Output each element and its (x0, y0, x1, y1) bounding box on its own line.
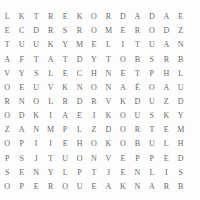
grid-cell-r8c3[interactable]: K (29, 109, 43, 123)
grid-cell-r5c11[interactable]: P (145, 67, 159, 81)
grid-cell-r6c13[interactable]: U (174, 81, 188, 95)
grid-cell-r5c2[interactable]: Y (14, 67, 28, 81)
grid-cell-r10c7[interactable]: O (87, 137, 101, 151)
grid-cell-r6c2[interactable]: E (14, 81, 28, 95)
grid-cell-r1c4[interactable]: R (43, 10, 57, 24)
grid-cell-r8c7[interactable]: I (87, 109, 101, 123)
grid-cell-r12c1[interactable]: S (0, 166, 14, 180)
grid-cell-r3c8[interactable]: L (101, 38, 115, 52)
grid-cell-r5c8[interactable]: N (101, 67, 115, 81)
grid-cell-r13c6[interactable]: U (72, 180, 86, 194)
grid-cell-r3c11[interactable]: U (145, 38, 159, 52)
grid-cell-r4c7[interactable]: Y (87, 52, 101, 66)
grid-cell-r4c10[interactable]: B (130, 52, 144, 66)
grid-cell-r7c11[interactable]: U (145, 95, 159, 109)
grid-cell-r1c13[interactable]: E (174, 10, 188, 24)
grid-cell-r5c5[interactable]: E (58, 67, 72, 81)
grid-cell-r12c13[interactable]: S (174, 166, 188, 180)
grid-cell-r8c1[interactable]: O (0, 109, 14, 123)
grid-cell-r5c10[interactable]: T (130, 67, 144, 81)
grid-cell-r11c11[interactable]: P (145, 152, 159, 166)
grid-cell-r10c10[interactable]: B (130, 137, 144, 151)
letter-grid: LKTREKORDADAEECDRSROMERODZTUUKYMELITUANA… (0, 10, 188, 194)
grid-cell-r11c10[interactable]: P (130, 152, 144, 166)
grid-cell-r1c10[interactable]: A (130, 10, 144, 24)
grid-cell-r2c7[interactable]: O (87, 24, 101, 38)
grid-cell-r3c4[interactable]: K (43, 38, 57, 52)
grid-cell-r13c13[interactable]: B (174, 180, 188, 194)
word-search-board: LKTREKORDADAEECDRSROMERODZTUUKYMELITUANA… (0, 0, 200, 200)
grid-cell-r5c9[interactable]: E (116, 67, 130, 81)
grid-cell-r11c13[interactable]: D (174, 152, 188, 166)
grid-cell-r7c8[interactable]: V (101, 95, 115, 109)
grid-cell-r2c6[interactable]: R (72, 24, 86, 38)
grid-cell-r10c11[interactable]: U (145, 137, 159, 151)
grid-cell-r11c7[interactable]: N (87, 152, 101, 166)
grid-cell-r12c3[interactable]: N (29, 166, 43, 180)
grid-cell-r4c8[interactable]: T (101, 52, 115, 66)
grid-cell-r1c3[interactable]: T (29, 10, 43, 24)
grid-cell-r8c10[interactable]: U (130, 109, 144, 123)
grid-cell-r5c12[interactable]: H (159, 67, 173, 81)
grid-cell-r1c11[interactable]: D (145, 10, 159, 24)
grid-cell-r3c9[interactable]: I (116, 38, 130, 52)
grid-cell-r5c3[interactable]: S (29, 67, 43, 81)
grid-cell-r4c11[interactable]: S (145, 52, 159, 66)
grid-cell-r3c3[interactable]: U (29, 38, 43, 52)
grid-cell-r9c7[interactable]: Z (87, 123, 101, 137)
grid-cell-r6c3[interactable]: U (29, 81, 43, 95)
grid-cell-r9c1[interactable]: Z (0, 123, 14, 137)
grid-cell-r8c2[interactable]: D (14, 109, 28, 123)
grid-cell-r2c12[interactable]: D (159, 24, 173, 38)
grid-cell-r7c2[interactable]: N (14, 95, 28, 109)
grid-cell-r4c13[interactable]: B (174, 52, 188, 66)
grid-cell-r1c12[interactable]: A (159, 10, 173, 24)
grid-cell-r6c4[interactable]: V (43, 81, 57, 95)
grid-cell-r4c6[interactable]: D (72, 52, 86, 66)
grid-cell-r13c4[interactable]: R (43, 180, 57, 194)
grid-cell-r4c12[interactable]: R (159, 52, 173, 66)
grid-cell-r9c12[interactable]: E (159, 123, 173, 137)
grid-cell-r9c5[interactable]: P (58, 123, 72, 137)
grid-cell-r5c1[interactable]: V (0, 67, 14, 81)
grid-cell-r1c9[interactable]: D (116, 10, 130, 24)
grid-cell-r7c1[interactable]: R (0, 95, 14, 109)
grid-cell-r9c3[interactable]: N (29, 123, 43, 137)
grid-cell-r10c3[interactable]: I (29, 137, 43, 151)
grid-cell-r2c5[interactable]: S (58, 24, 72, 38)
grid-cell-r2c3[interactable]: D (29, 24, 43, 38)
grid-cell-r9c4[interactable]: M (43, 123, 57, 137)
grid-cell-r3c10[interactable]: T (130, 38, 144, 52)
grid-cell-r12c9[interactable]: E (116, 166, 130, 180)
grid-cell-r7c4[interactable]: L (43, 95, 57, 109)
grid-cell-r5c4[interactable]: L (43, 67, 57, 81)
grid-cell-r12c5[interactable]: L (58, 166, 72, 180)
grid-cell-r7c13[interactable]: D (174, 95, 188, 109)
grid-cell-r2c2[interactable]: C (14, 24, 28, 38)
grid-cell-r10c5[interactable]: E (58, 137, 72, 151)
grid-cell-r11c8[interactable]: V (101, 152, 115, 166)
grid-cell-r2c10[interactable]: R (130, 24, 144, 38)
grid-cell-r4c1[interactable]: A (0, 52, 14, 66)
grid-cell-r8c9[interactable]: O (116, 109, 130, 123)
grid-cell-r10c1[interactable]: O (0, 137, 14, 151)
grid-cell-r3c2[interactable]: U (14, 38, 28, 52)
grid-cell-r10c12[interactable]: L (159, 137, 173, 151)
grid-cell-r3c5[interactable]: Y (58, 38, 72, 52)
grid-cell-r13c10[interactable]: N (130, 180, 144, 194)
grid-cell-r13c8[interactable]: A (101, 180, 115, 194)
grid-cell-r3c1[interactable]: T (0, 38, 14, 52)
grid-cell-r10c4[interactable]: I (43, 137, 57, 151)
grid-cell-r11c2[interactable]: S (14, 152, 28, 166)
grid-cell-r11c3[interactable]: J (29, 152, 43, 166)
grid-cell-r7c3[interactable]: O (29, 95, 43, 109)
grid-cell-r9c6[interactable]: L (72, 123, 86, 137)
grid-cell-r7c10[interactable]: D (130, 95, 144, 109)
grid-cell-r3c13[interactable]: N (174, 38, 188, 52)
grid-cell-r1c7[interactable]: O (87, 10, 101, 24)
grid-cell-r12c2[interactable]: E (14, 166, 28, 180)
grid-cell-r9c8[interactable]: D (101, 123, 115, 137)
grid-cell-r11c1[interactable]: P (0, 152, 14, 166)
grid-cell-r10c8[interactable]: K (101, 137, 115, 151)
grid-cell-r9c13[interactable]: M (174, 123, 188, 137)
grid-cell-r8c5[interactable]: A (58, 109, 72, 123)
grid-cell-r4c9[interactable]: O (116, 52, 130, 66)
grid-cell-r6c9[interactable]: A (116, 81, 130, 95)
grid-cell-r3c12[interactable]: A (159, 38, 173, 52)
grid-cell-r2c11[interactable]: O (145, 24, 159, 38)
grid-cell-r10c9[interactable]: O (116, 137, 130, 151)
grid-cell-r11c4[interactable]: T (43, 152, 57, 166)
grid-cell-r6c10[interactable]: É (130, 81, 144, 95)
grid-cell-r13c11[interactable]: A (145, 180, 159, 194)
grid-cell-r12c4[interactable]: Y (43, 166, 57, 180)
grid-cell-r10c13[interactable]: H (174, 137, 188, 151)
grid-cell-r1c6[interactable]: K (72, 10, 86, 24)
grid-cell-r6c11[interactable]: O (145, 81, 159, 95)
grid-cell-r7c12[interactable]: Z (159, 95, 173, 109)
grid-cell-r3c6[interactable]: M (72, 38, 86, 52)
grid-cell-r4c5[interactable]: T (58, 52, 72, 66)
grid-cell-r7c5[interactable]: R (58, 95, 72, 109)
grid-cell-r11c6[interactable]: O (72, 152, 86, 166)
grid-cell-r7c9[interactable]: K (116, 95, 130, 109)
grid-cell-r6c1[interactable]: O (0, 81, 14, 95)
grid-cell-r9c10[interactable]: R (130, 123, 144, 137)
grid-cell-r6c8[interactable]: N (101, 81, 115, 95)
grid-cell-r8c8[interactable]: K (101, 109, 115, 123)
grid-cell-r2c8[interactable]: M (101, 24, 115, 38)
grid-cell-r12c10[interactable]: N (130, 166, 144, 180)
grid-cell-r9c2[interactable]: A (14, 123, 28, 137)
grid-cell-r1c2[interactable]: K (14, 10, 28, 24)
grid-cell-r2c13[interactable]: Z (174, 24, 188, 38)
grid-cell-r4c3[interactable]: T (29, 52, 43, 66)
grid-cell-r6c7[interactable]: O (87, 81, 101, 95)
grid-cell-r12c8[interactable]: J (101, 166, 115, 180)
grid-cell-r12c12[interactable]: I (159, 166, 173, 180)
grid-cell-r13c12[interactable]: R (159, 180, 173, 194)
grid-cell-r8c4[interactable]: I (43, 109, 57, 123)
grid-cell-r4c2[interactable]: F (14, 52, 28, 66)
grid-cell-r7c7[interactable]: R (87, 95, 101, 109)
grid-cell-r9c9[interactable]: O (116, 123, 130, 137)
grid-cell-r8c6[interactable]: E (72, 109, 86, 123)
grid-cell-r5c7[interactable]: H (87, 67, 101, 81)
grid-cell-r2c4[interactable]: R (43, 24, 57, 38)
grid-cell-r13c3[interactable]: E (29, 180, 43, 194)
grid-cell-r11c5[interactable]: U (58, 152, 72, 166)
grid-cell-r11c12[interactable]: E (159, 152, 173, 166)
grid-cell-r12c6[interactable]: P (72, 166, 86, 180)
grid-cell-r10c6[interactable]: H (72, 137, 86, 151)
grid-cell-r2c1[interactable]: E (0, 24, 14, 38)
grid-cell-r13c2[interactable]: P (14, 180, 28, 194)
grid-cell-r7c6[interactable]: D (72, 95, 86, 109)
grid-cell-r11c9[interactable]: E (116, 152, 130, 166)
grid-cell-r9c11[interactable]: T (145, 123, 159, 137)
grid-cell-r2c9[interactable]: E (116, 24, 130, 38)
grid-cell-r13c1[interactable]: O (0, 180, 14, 194)
grid-cell-r6c6[interactable]: N (72, 81, 86, 95)
grid-cell-r8c13[interactable]: Y (174, 109, 188, 123)
grid-cell-r13c7[interactable]: E (87, 180, 101, 194)
grid-cell-r13c9[interactable]: K (116, 180, 130, 194)
grid-cell-r1c1[interactable]: L (0, 10, 14, 24)
grid-cell-r1c5[interactable]: E (58, 10, 72, 24)
grid-cell-r12c7[interactable]: T (87, 166, 101, 180)
grid-cell-r5c6[interactable]: C (72, 67, 86, 81)
grid-cell-r4c4[interactable]: A (43, 52, 57, 66)
grid-cell-r1c8[interactable]: R (101, 10, 115, 24)
grid-cell-r12c11[interactable]: L (145, 166, 159, 180)
grid-cell-r5c13[interactable]: L (174, 67, 188, 81)
grid-cell-r6c5[interactable]: K (58, 81, 72, 95)
grid-cell-r8c11[interactable]: S (145, 109, 159, 123)
grid-cell-r6c12[interactable]: A (159, 81, 173, 95)
grid-cell-r13c5[interactable]: O (58, 180, 72, 194)
grid-cell-r8c12[interactable]: K (159, 109, 173, 123)
grid-cell-r10c2[interactable]: P (14, 137, 28, 151)
grid-cell-r3c7[interactable]: E (87, 38, 101, 52)
